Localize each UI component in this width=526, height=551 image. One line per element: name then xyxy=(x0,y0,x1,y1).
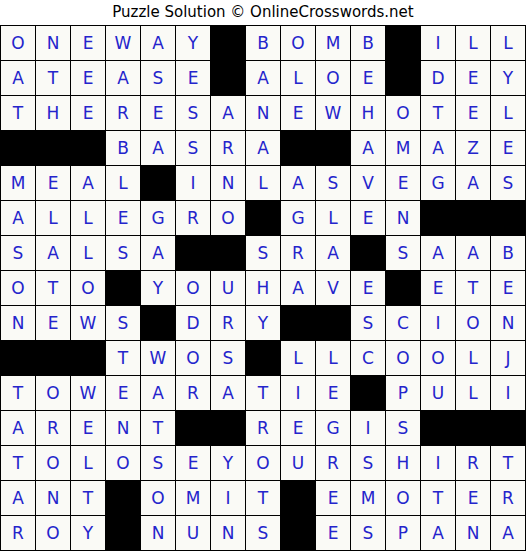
grid-cell: W xyxy=(316,96,351,131)
grid-cell: C xyxy=(386,306,421,341)
grid-cell: A xyxy=(1,481,36,516)
grid-cell: S xyxy=(106,236,141,271)
grid-cell: O xyxy=(36,376,71,411)
grid-cell: T xyxy=(421,481,456,516)
grid-cell: A xyxy=(246,131,281,166)
grid-cell: I xyxy=(211,481,246,516)
grid-cell: P xyxy=(386,516,421,551)
grid-cell: T xyxy=(246,376,281,411)
grid-cell: S xyxy=(351,306,386,341)
grid-cell: L xyxy=(281,341,316,376)
grid-cell: E xyxy=(36,306,71,341)
grid-cell: T xyxy=(1,96,36,131)
block-cell xyxy=(36,131,71,166)
grid-cell: U xyxy=(176,516,211,551)
grid-cell: S xyxy=(386,411,421,446)
grid-cell: G xyxy=(421,166,456,201)
grid-cell: R xyxy=(1,516,36,551)
grid-cell: L xyxy=(456,376,491,411)
block-cell xyxy=(71,341,106,376)
grid-cell: O xyxy=(386,481,421,516)
block-cell xyxy=(456,411,491,446)
grid-cell: A xyxy=(141,26,176,61)
grid-cell: P xyxy=(386,376,421,411)
grid-cell: O xyxy=(106,446,141,481)
grid-cell: E xyxy=(351,201,386,236)
block-cell xyxy=(176,236,211,271)
block-cell xyxy=(386,61,421,96)
grid-cell: U xyxy=(421,376,456,411)
grid-cell: L xyxy=(491,96,526,131)
grid-cell: N xyxy=(141,516,176,551)
grid-cell: S xyxy=(211,341,246,376)
grid-cell: O xyxy=(456,306,491,341)
grid-cell: O xyxy=(71,271,106,306)
grid-cell: E xyxy=(71,411,106,446)
grid-cell: N xyxy=(36,26,71,61)
grid-cell: R xyxy=(211,131,246,166)
block-cell xyxy=(281,306,316,341)
grid-cell: M xyxy=(176,481,211,516)
grid-cell: E xyxy=(141,96,176,131)
block-cell xyxy=(176,411,211,446)
grid-cell: O xyxy=(211,201,246,236)
grid-cell: E xyxy=(456,96,491,131)
grid-cell: S xyxy=(176,131,211,166)
grid-cell: W xyxy=(141,341,176,376)
grid-cell: L xyxy=(456,341,491,376)
page-title: Puzzle Solution © OnlineCrosswords.net xyxy=(0,0,526,25)
grid-cell: A xyxy=(141,236,176,271)
grid-cell: A xyxy=(211,376,246,411)
grid-cell: T xyxy=(1,376,36,411)
grid-cell: E xyxy=(176,446,211,481)
grid-cell: S xyxy=(386,236,421,271)
grid-cell: A xyxy=(1,411,36,446)
block-cell xyxy=(386,26,421,61)
grid-cell: D xyxy=(176,306,211,341)
grid-cell: E xyxy=(456,481,491,516)
grid-cell: E xyxy=(71,26,106,61)
grid-cell: Y xyxy=(141,271,176,306)
grid-cell: E xyxy=(281,411,316,446)
grid-cell: E xyxy=(456,61,491,96)
block-cell xyxy=(141,166,176,201)
grid-cell: T xyxy=(491,446,526,481)
grid-cell: O xyxy=(1,271,36,306)
grid-cell: A xyxy=(106,61,141,96)
grid-cell: L xyxy=(246,166,281,201)
block-cell xyxy=(1,131,36,166)
block-cell xyxy=(386,271,421,306)
grid-cell: Y xyxy=(71,516,106,551)
grid-cell: Y xyxy=(211,446,246,481)
block-cell xyxy=(71,131,106,166)
grid-cell: S xyxy=(316,166,351,201)
grid-cell: V xyxy=(316,271,351,306)
grid-cell: N xyxy=(456,516,491,551)
grid-cell: N xyxy=(386,201,421,236)
grid-cell: E xyxy=(351,271,386,306)
grid-cell: Y xyxy=(491,61,526,96)
grid-cell: R xyxy=(281,236,316,271)
grid-cell: N xyxy=(36,481,71,516)
block-cell xyxy=(211,26,246,61)
grid-cell: I xyxy=(281,376,316,411)
block-cell xyxy=(351,376,386,411)
grid-cell: O xyxy=(281,26,316,61)
grid-cell: U xyxy=(281,446,316,481)
grid-cell: H xyxy=(386,446,421,481)
grid-cell: Y xyxy=(176,26,211,61)
grid-cell: E xyxy=(421,271,456,306)
grid-cell: A xyxy=(281,271,316,306)
block-cell xyxy=(281,481,316,516)
grid-cell: C xyxy=(351,341,386,376)
grid-cell: E xyxy=(281,96,316,131)
grid-cell: M xyxy=(351,481,386,516)
block-cell xyxy=(456,201,491,236)
grid-cell: S xyxy=(1,236,36,271)
grid-cell: V xyxy=(351,166,386,201)
block-cell xyxy=(246,201,281,236)
grid-cell: E xyxy=(106,201,141,236)
grid-cell: L xyxy=(36,201,71,236)
block-cell xyxy=(36,341,71,376)
grid-cell: N xyxy=(106,411,141,446)
grid-cell: G xyxy=(141,201,176,236)
grid-cell: A xyxy=(36,236,71,271)
grid-cell: D xyxy=(421,61,456,96)
block-cell xyxy=(106,271,141,306)
grid-cell: T xyxy=(106,341,141,376)
grid-cell: S xyxy=(176,96,211,131)
grid-cell: O xyxy=(1,26,36,61)
grid-cell: T xyxy=(421,96,456,131)
grid-cell: T xyxy=(71,481,106,516)
grid-cell: O xyxy=(421,341,456,376)
grid-cell: R xyxy=(176,376,211,411)
grid-cell: O xyxy=(36,446,71,481)
grid-cell: A xyxy=(1,61,36,96)
block-cell xyxy=(211,236,246,271)
grid-cell: S xyxy=(141,61,176,96)
grid-cell: O xyxy=(141,481,176,516)
grid-cell: N xyxy=(211,166,246,201)
grid-cell: I xyxy=(421,306,456,341)
grid-cell: L xyxy=(456,26,491,61)
grid-cell: A xyxy=(421,236,456,271)
grid-cell: L xyxy=(71,236,106,271)
grid-cell: J xyxy=(491,341,526,376)
grid-cell: R xyxy=(106,96,141,131)
grid-cell: L xyxy=(316,341,351,376)
grid-cell: R xyxy=(456,446,491,481)
grid-cell: R xyxy=(36,411,71,446)
grid-cell: A xyxy=(456,166,491,201)
grid-cell: R xyxy=(491,481,526,516)
grid-cell: A xyxy=(316,236,351,271)
block-cell xyxy=(421,201,456,236)
grid-cell: S xyxy=(141,446,176,481)
grid-cell: E xyxy=(176,61,211,96)
grid-cell: T xyxy=(246,481,281,516)
grid-cell: M xyxy=(386,131,421,166)
grid-cell: Z xyxy=(456,131,491,166)
grid-cell: G xyxy=(316,411,351,446)
grid-cell: N xyxy=(211,516,246,551)
grid-cell: N xyxy=(491,306,526,341)
grid-cell: I xyxy=(491,376,526,411)
grid-cell: E xyxy=(36,166,71,201)
block-cell xyxy=(246,341,281,376)
block-cell xyxy=(316,306,351,341)
grid-cell: O xyxy=(246,446,281,481)
block-cell xyxy=(491,411,526,446)
grid-cell: O xyxy=(36,516,71,551)
grid-cell: S xyxy=(246,236,281,271)
grid-cell: E xyxy=(386,166,421,201)
grid-cell: S xyxy=(351,446,386,481)
block-cell xyxy=(1,341,36,376)
block-cell xyxy=(316,131,351,166)
block-cell xyxy=(106,481,141,516)
grid-cell: S xyxy=(246,516,281,551)
grid-cell: O xyxy=(386,96,421,131)
grid-cell: A xyxy=(71,166,106,201)
grid-cell: B xyxy=(106,131,141,166)
grid-cell: I xyxy=(351,411,386,446)
grid-cell: E xyxy=(71,61,106,96)
grid-cell: A xyxy=(351,131,386,166)
grid-cell: E xyxy=(106,376,141,411)
grid-cell: A xyxy=(246,61,281,96)
grid-cell: T xyxy=(456,271,491,306)
grid-cell: A xyxy=(491,516,526,551)
grid-cell: R xyxy=(211,306,246,341)
grid-cell: M xyxy=(1,166,36,201)
grid-cell: L xyxy=(71,446,106,481)
grid-cell: A xyxy=(281,166,316,201)
grid-cell: E xyxy=(351,61,386,96)
grid-cell: N xyxy=(246,96,281,131)
grid-cell: L xyxy=(316,201,351,236)
grid-cell: A xyxy=(211,96,246,131)
block-cell xyxy=(491,201,526,236)
grid-cell: L xyxy=(106,166,141,201)
grid-cell: H xyxy=(351,96,386,131)
grid-cell: A xyxy=(456,236,491,271)
grid-cell: S xyxy=(491,166,526,201)
grid-cell: B xyxy=(351,26,386,61)
grid-cell: O xyxy=(316,61,351,96)
grid-cell: Y xyxy=(246,306,281,341)
grid-cell: T xyxy=(36,61,71,96)
block-cell xyxy=(421,411,456,446)
grid-cell: I xyxy=(176,166,211,201)
grid-cell: L xyxy=(491,26,526,61)
block-cell xyxy=(281,516,316,551)
grid-cell: I xyxy=(421,26,456,61)
grid-cell: W xyxy=(71,306,106,341)
grid-cell: U xyxy=(211,271,246,306)
grid-cell: T xyxy=(1,446,36,481)
grid-cell: G xyxy=(281,201,316,236)
grid-cell: L xyxy=(281,61,316,96)
grid-cell: O xyxy=(176,341,211,376)
grid-cell: W xyxy=(106,26,141,61)
grid-cell: O xyxy=(176,271,211,306)
grid-cell: E xyxy=(71,96,106,131)
grid-cell: E xyxy=(316,376,351,411)
grid-cell: A xyxy=(1,201,36,236)
grid-cell: W xyxy=(71,376,106,411)
crossword-grid: ONEWAYBOMBILLATEASEALOEDEYTHERESANEWHOTE… xyxy=(0,25,526,551)
block-cell xyxy=(106,516,141,551)
grid-cell: A xyxy=(421,516,456,551)
grid-cell: M xyxy=(316,26,351,61)
block-cell xyxy=(211,411,246,446)
grid-cell: S xyxy=(351,516,386,551)
grid-cell: R xyxy=(246,411,281,446)
puzzle-solution-page: Puzzle Solution © OnlineCrosswords.net O… xyxy=(0,0,526,551)
grid-cell: B xyxy=(491,236,526,271)
grid-cell: E xyxy=(316,516,351,551)
block-cell xyxy=(211,61,246,96)
block-cell xyxy=(351,236,386,271)
grid-cell: S xyxy=(106,306,141,341)
grid-cell: H xyxy=(246,271,281,306)
grid-cell: H xyxy=(36,96,71,131)
grid-cell: B xyxy=(246,26,281,61)
grid-cell: I xyxy=(421,446,456,481)
grid-cell: R xyxy=(316,446,351,481)
grid-cell: O xyxy=(386,341,421,376)
grid-cell: T xyxy=(36,271,71,306)
grid-cell: N xyxy=(1,306,36,341)
grid-cell: A xyxy=(141,131,176,166)
grid-cell: T xyxy=(141,411,176,446)
grid-cell: L xyxy=(71,201,106,236)
grid-cell: A xyxy=(141,376,176,411)
block-cell xyxy=(281,131,316,166)
grid-cell: A xyxy=(421,131,456,166)
grid-cell: E xyxy=(491,271,526,306)
grid-cell: E xyxy=(491,131,526,166)
block-cell xyxy=(141,306,176,341)
grid-cell: E xyxy=(316,481,351,516)
grid-cell: R xyxy=(176,201,211,236)
